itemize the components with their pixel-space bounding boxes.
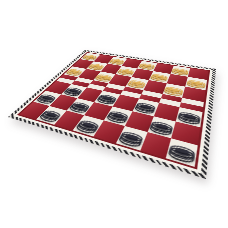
checkers-board: ⛂⛂⛂⛂⛂⛂⛂⛂⛂⛂⛂⛂⛂⛂⛂⛂⛂⛂⛂⛂⛂⛂⛂⛂ xyxy=(8,50,216,179)
square-h1[interactable]: ⛂ xyxy=(166,138,198,167)
photo-background: ⛂⛂⛂⛂⛂⛂⛂⛂⛂⛂⛂⛂⛂⛂⛂⛂⛂⛂⛂⛂⛂⛂⛂⛂ xyxy=(0,0,228,228)
board-shadow: ⛂⛂⛂⛂⛂⛂⛂⛂⛂⛂⛂⛂⛂⛂⛂⛂⛂⛂⛂⛂⛂⛂⛂⛂ xyxy=(0,0,228,228)
board-perspective-wrap: ⛂⛂⛂⛂⛂⛂⛂⛂⛂⛂⛂⛂⛂⛂⛂⛂⛂⛂⛂⛂⛂⛂⛂⛂ xyxy=(8,50,216,179)
board-grid: ⛂⛂⛂⛂⛂⛂⛂⛂⛂⛂⛂⛂⛂⛂⛂⛂⛂⛂⛂⛂⛂⛂⛂⛂ xyxy=(17,52,210,169)
checker-dark[interactable]: ⛂ xyxy=(166,138,197,166)
